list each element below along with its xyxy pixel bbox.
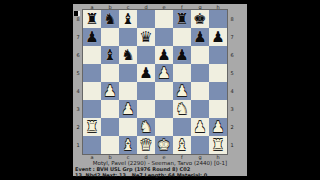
black-knight-piece: ♞ (101, 10, 119, 28)
square-d6[interactable] (137, 46, 155, 64)
square-b2[interactable] (101, 118, 119, 136)
coord-label: 6 (228, 46, 236, 64)
square-g5[interactable] (191, 64, 209, 82)
move-status: 13. Nbd2 Next: 13...Ne7 Length: 64 Mater… (75, 173, 207, 178)
side-to-move-indicator (74, 11, 80, 16)
square-a7[interactable]: ♟ (83, 28, 101, 46)
square-h1[interactable]: ♜ (209, 136, 227, 154)
square-c3[interactable]: ♟ (119, 100, 137, 118)
coord-label: 3 (228, 100, 236, 118)
square-e5[interactable]: ♟ (155, 64, 173, 82)
square-d5[interactable]: ♟ (137, 64, 155, 82)
square-d8[interactable] (137, 10, 155, 28)
square-a6[interactable] (83, 46, 101, 64)
square-a3[interactable] (83, 100, 101, 118)
square-b8[interactable]: ♞ (101, 10, 119, 28)
coord-label: 6 (74, 46, 82, 64)
square-f6[interactable]: ♟ (173, 46, 191, 64)
coord-label: 4 (74, 82, 82, 100)
square-f5[interactable] (173, 64, 191, 82)
black-rook-piece: ♜ (83, 10, 101, 28)
black-pawn-piece: ♟ (155, 46, 173, 64)
black-pawn-piece: ♟ (137, 64, 155, 82)
rank-labels-left: 87654321 (74, 10, 82, 154)
square-b1[interactable] (101, 136, 119, 154)
coord-label: 2 (74, 118, 82, 136)
square-a5[interactable] (83, 64, 101, 82)
square-b4[interactable]: ♟ (101, 82, 119, 100)
square-h6[interactable] (209, 46, 227, 64)
black-pawn-piece: ♟ (209, 28, 227, 46)
black-king-piece: ♚ (191, 10, 209, 28)
white-rook-piece: ♜ (83, 118, 101, 136)
square-d2[interactable]: ♞ (137, 118, 155, 136)
coord-label: 4 (228, 82, 236, 100)
square-e3[interactable] (155, 100, 173, 118)
white-pawn-piece: ♟ (173, 82, 191, 100)
coord-label: 7 (74, 28, 82, 46)
white-bishop-piece: ♝ (173, 136, 191, 154)
white-knight-piece: ♞ (173, 100, 191, 118)
square-a1[interactable] (83, 136, 101, 154)
video-frame: abcdefgh 87654321 ♜♞♝♜♚♟♛♟♟♝♞♟♟♟♟♟♟♟♞♜♞♟… (0, 0, 320, 180)
black-pawn-piece: ♟ (191, 28, 209, 46)
square-c7[interactable] (119, 28, 137, 46)
coord-label: 5 (74, 64, 82, 82)
square-e7[interactable] (155, 28, 173, 46)
rank-labels-right: 87654321 (228, 10, 236, 154)
square-b3[interactable] (101, 100, 119, 118)
coord-label: 1 (228, 136, 236, 154)
white-king-piece: ♚ (155, 136, 173, 154)
square-d1[interactable]: ♛ (137, 136, 155, 154)
square-h5[interactable] (209, 64, 227, 82)
black-bishop-piece: ♝ (119, 10, 137, 28)
square-f4[interactable]: ♟ (173, 82, 191, 100)
coord-label: 2 (228, 118, 236, 136)
white-rook-piece: ♜ (209, 136, 227, 154)
white-pawn-piece: ♟ (191, 118, 209, 136)
black-knight-piece: ♞ (119, 46, 137, 64)
coord-label: 7 (228, 28, 236, 46)
square-b7[interactable] (101, 28, 119, 46)
square-h8[interactable] (209, 10, 227, 28)
square-c5[interactable] (119, 64, 137, 82)
black-bishop-piece: ♝ (101, 46, 119, 64)
square-f1[interactable]: ♝ (173, 136, 191, 154)
black-queen-piece: ♛ (137, 28, 155, 46)
coord-label: 8 (228, 10, 236, 28)
black-pawn-piece: ♟ (83, 28, 101, 46)
square-g8[interactable]: ♚ (191, 10, 209, 28)
square-b5[interactable] (101, 64, 119, 82)
white-knight-piece: ♞ (137, 118, 155, 136)
square-e2[interactable] (155, 118, 173, 136)
square-a4[interactable] (83, 82, 101, 100)
square-a8[interactable]: ♜ (83, 10, 101, 28)
board-panel: abcdefgh 87654321 ♜♞♝♜♚♟♛♟♟♝♞♟♟♟♟♟♟♟♞♜♞♟… (73, 4, 247, 176)
square-g1[interactable] (191, 136, 209, 154)
black-rook-piece: ♜ (173, 10, 191, 28)
square-d3[interactable] (137, 100, 155, 118)
white-pawn-piece: ♟ (209, 118, 227, 136)
coord-label: 3 (74, 100, 82, 118)
white-bishop-piece: ♝ (119, 136, 137, 154)
square-h3[interactable] (209, 100, 227, 118)
square-c4[interactable] (119, 82, 137, 100)
white-queen-piece: ♛ (137, 136, 155, 154)
square-g4[interactable] (191, 82, 209, 100)
board: ♜♞♝♜♚♟♛♟♟♝♞♟♟♟♟♟♟♟♞♜♞♟♟♝♛♚♝♜ (83, 10, 227, 154)
square-e8[interactable] (155, 10, 173, 28)
square-f3[interactable]: ♞ (173, 100, 191, 118)
square-e6[interactable]: ♟ (155, 46, 173, 64)
square-c6[interactable]: ♞ (119, 46, 137, 64)
square-c8[interactable]: ♝ (119, 10, 137, 28)
square-g2[interactable]: ♟ (191, 118, 209, 136)
square-f2[interactable] (173, 118, 191, 136)
coord-label: 5 (228, 64, 236, 82)
coord-label: 1 (74, 136, 82, 154)
white-pawn-piece: ♟ (101, 82, 119, 100)
square-d7[interactable]: ♛ (137, 28, 155, 46)
white-pawn-piece: ♟ (155, 64, 173, 82)
white-pawn-piece: ♟ (119, 100, 137, 118)
square-g7[interactable]: ♟ (191, 28, 209, 46)
square-g3[interactable] (191, 100, 209, 118)
square-a2[interactable]: ♜ (83, 118, 101, 136)
square-c1[interactable]: ♝ (119, 136, 137, 154)
square-h2[interactable]: ♟ (209, 118, 227, 136)
square-e4[interactable] (155, 82, 173, 100)
square-f7[interactable] (173, 28, 191, 46)
black-pawn-piece: ♟ (173, 46, 191, 64)
square-h7[interactable]: ♟ (209, 28, 227, 46)
square-d4[interactable] (137, 82, 155, 100)
square-g6[interactable] (191, 46, 209, 64)
square-f8[interactable]: ♜ (173, 10, 191, 28)
square-c2[interactable] (119, 118, 137, 136)
square-h4[interactable] (209, 82, 227, 100)
square-e1[interactable]: ♚ (155, 136, 173, 154)
square-b6[interactable]: ♝ (101, 46, 119, 64)
